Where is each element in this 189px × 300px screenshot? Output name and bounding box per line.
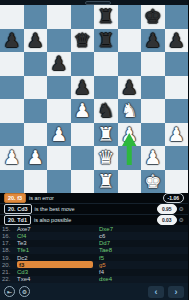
white-pawn[interactable]: ♟	[168, 123, 185, 147]
black-move[interactable]: f4	[97, 269, 179, 275]
white-pawn[interactable]: ♟	[3, 146, 20, 170]
analysis-line-best: 20. Cd3 is the best move 0.95 ⚙	[0, 204, 188, 215]
white-pawn[interactable]: ♟	[121, 123, 138, 147]
black-move[interactable]: Tae8	[97, 247, 179, 253]
black-pawn[interactable]: ♟	[3, 29, 20, 53]
move-number: 15.	[0, 226, 15, 232]
move-row-20: 20.f3g5	[0, 261, 188, 268]
move-row-17: 17.Te3Dd7	[0, 240, 188, 247]
square-c3[interactable]: ♟	[47, 123, 71, 147]
move-row-16: 16.Cf4c6	[0, 232, 188, 239]
square-a5[interactable]	[0, 76, 24, 100]
square-e3[interactable]: ♜	[94, 123, 118, 147]
square-c2[interactable]	[47, 146, 71, 170]
move-row-18: 18.Tfe1Tae8	[0, 247, 188, 254]
black-pawn[interactable]: ♟	[27, 29, 44, 53]
move-list: 15.Axe7Dxe716.Cf4c617.Te3Dd718.Tfe1Tae81…	[0, 225, 188, 283]
square-b6[interactable]	[24, 52, 48, 76]
square-e7[interactable]: ♜	[94, 29, 118, 53]
square-g7[interactable]: ♟	[141, 29, 165, 53]
move-row-15: 15.Axe7Dxe7	[0, 225, 188, 232]
move-number: 22.	[0, 276, 15, 282]
gear-icon: ⚙	[22, 288, 27, 295]
square-a4[interactable]	[0, 99, 24, 123]
square-f8[interactable]	[118, 5, 142, 29]
black-king[interactable]: ♚	[144, 5, 161, 29]
move-row-19: 19.Dc2f5	[0, 254, 188, 261]
skip-to-start-button[interactable]: ⇤	[4, 286, 15, 297]
white-move[interactable]: Cf4	[15, 233, 97, 239]
square-c5[interactable]	[47, 76, 71, 100]
white-move[interactable]: Txe4	[15, 276, 97, 282]
square-h2[interactable]	[165, 146, 189, 170]
white-pawn[interactable]: ♟	[144, 146, 161, 170]
eval-pill-error: -1.06	[163, 193, 184, 203]
square-b3[interactable]	[24, 123, 48, 147]
square-e1[interactable]: ♜	[94, 170, 118, 194]
move-number: 18.	[0, 247, 15, 253]
black-pawn[interactable]: ♟	[144, 29, 161, 53]
black-rook[interactable]: ♜	[97, 29, 114, 53]
next-move-button[interactable]: ›	[168, 286, 184, 298]
played-move-badge[interactable]: 20. f3	[4, 193, 26, 203]
previous-move-button[interactable]: ‹	[148, 286, 164, 298]
white-pawn[interactable]: ♟	[74, 99, 91, 123]
square-a2[interactable]: ♟	[0, 146, 24, 170]
square-h6[interactable]	[165, 52, 189, 76]
square-a7[interactable]: ♟	[0, 29, 24, 53]
move-row-22: 22.Txe4dxe4	[0, 276, 188, 283]
square-d6[interactable]	[71, 52, 95, 76]
chevron-left-icon: ‹	[155, 287, 158, 297]
square-c6[interactable]: ♟	[47, 52, 71, 76]
white-rook[interactable]: ♜	[97, 123, 114, 147]
move-number: 20.	[0, 262, 15, 268]
gear-icon[interactable]: ⚙	[179, 206, 184, 212]
square-a6[interactable]	[0, 52, 24, 76]
black-move[interactable]: g5	[97, 262, 179, 268]
square-d8[interactable]	[71, 5, 95, 29]
white-pawn[interactable]: ♟	[27, 146, 44, 170]
square-c7[interactable]	[47, 29, 71, 53]
black-pawn[interactable]: ♟	[121, 76, 138, 100]
square-a8[interactable]	[0, 5, 24, 29]
analysis-summary: 20. f3 is an error -1.06 20. Cd3 is the …	[0, 193, 188, 225]
white-pawn[interactable]: ♟	[50, 123, 67, 147]
square-g8[interactable]: ♚	[141, 5, 165, 29]
black-pawn[interactable]: ♟	[50, 52, 67, 76]
settings-button[interactable]: ⚙	[19, 286, 30, 297]
eval-pill-best: 0.95	[157, 204, 177, 214]
white-move[interactable]: Tfe1	[15, 247, 97, 253]
square-g5[interactable]	[141, 76, 165, 100]
square-h3[interactable]: ♟	[165, 123, 189, 147]
move-number: 17.	[0, 240, 15, 246]
square-f6[interactable]	[118, 52, 142, 76]
gear-icon[interactable]: ⚙	[179, 217, 184, 223]
white-move[interactable]: Axe7	[15, 226, 97, 232]
move-row-21: 21.Cd3f4	[0, 269, 188, 276]
white-rook[interactable]: ♜	[97, 170, 114, 194]
square-b5[interactable]	[24, 76, 48, 100]
eval-pill-possible: 0.03	[157, 215, 177, 225]
square-h8[interactable]	[165, 5, 189, 29]
black-knight[interactable]: ♞	[97, 99, 114, 123]
square-b2[interactable]: ♟	[24, 146, 48, 170]
square-d5[interactable]: ♟	[71, 76, 95, 100]
square-e8[interactable]: ♜	[94, 5, 118, 29]
square-b7[interactable]: ♟	[24, 29, 48, 53]
square-g6[interactable]	[141, 52, 165, 76]
square-e5[interactable]	[94, 76, 118, 100]
square-c8[interactable]	[47, 5, 71, 29]
square-c4[interactable]	[47, 99, 71, 123]
square-f1[interactable]	[118, 170, 142, 194]
black-pawn[interactable]: ♟	[74, 76, 91, 100]
square-f3[interactable]: ♟	[118, 123, 142, 147]
move-number: 21.	[0, 269, 15, 275]
square-h5[interactable]	[165, 76, 189, 100]
analysis-line-error-text: is an error	[29, 195, 163, 201]
chess-analysis-app: ♜♚♟♟♛♜♟♟♟♟♟♟♞♞♟♜♟♟♟♟♛♟♜♚ 20. f3 is an er…	[0, 0, 188, 300]
analysis-line-error: 20. f3 is an error -1.06	[0, 193, 188, 204]
square-a3[interactable]	[0, 123, 24, 147]
square-b8[interactable]	[24, 5, 48, 29]
square-f4[interactable]: ♞	[118, 99, 142, 123]
chevron-right-icon: ›	[175, 287, 178, 297]
black-move[interactable]: c6	[97, 233, 179, 239]
skip-to-start-icon: ⇤	[7, 288, 12, 295]
square-d4[interactable]: ♟	[71, 99, 95, 123]
white-move[interactable]: Cd3	[15, 269, 97, 275]
square-h1[interactable]	[165, 170, 189, 194]
white-knight[interactable]: ♞	[121, 99, 138, 123]
possible-move-badge[interactable]: 20. Td1	[4, 215, 31, 225]
analysis-line-possible-text: is also possible	[34, 217, 157, 223]
best-move-badge[interactable]: 20. Cd3	[4, 204, 32, 214]
square-b4[interactable]	[24, 99, 48, 123]
board: ♜♚♟♟♛♜♟♟♟♟♟♟♞♞♟♜♟♟♟♟♛♟♜♚	[0, 5, 188, 193]
black-move[interactable]: f5	[97, 255, 179, 261]
black-move[interactable]: dxe4	[97, 276, 179, 282]
current-move-highlight[interactable]: f3	[17, 261, 93, 268]
square-b1[interactable]	[24, 170, 48, 194]
square-a1[interactable]	[0, 170, 24, 194]
status-pill	[85, 1, 111, 5]
black-pawn[interactable]: ♟	[168, 29, 185, 53]
square-g1[interactable]: ♚	[141, 170, 165, 194]
white-move[interactable]: Dc2	[15, 255, 97, 261]
square-d1[interactable]	[71, 170, 95, 194]
square-f2[interactable]	[118, 146, 142, 170]
square-f5[interactable]: ♟	[118, 76, 142, 100]
white-king[interactable]: ♚	[144, 170, 161, 194]
square-h4[interactable]	[165, 99, 189, 123]
square-c1[interactable]	[47, 170, 71, 194]
black-queen[interactable]: ♛	[74, 29, 91, 53]
square-e4[interactable]: ♞	[94, 99, 118, 123]
black-move[interactable]: Dd7	[97, 240, 179, 246]
white-queen[interactable]: ♛	[97, 146, 114, 170]
square-d3[interactable]	[71, 123, 95, 147]
square-h7[interactable]: ♟	[165, 29, 189, 53]
square-e2[interactable]: ♛	[94, 146, 118, 170]
square-g3[interactable]	[141, 123, 165, 147]
square-d7[interactable]: ♛	[71, 29, 95, 53]
square-g2[interactable]: ♟	[141, 146, 165, 170]
white-move[interactable]: Te3	[15, 240, 97, 246]
bottom-toolbar: ⇤ ⚙ ‹ ›	[0, 283, 188, 300]
analysis-line-best-text: is the best move	[35, 206, 157, 212]
square-g4[interactable]	[141, 99, 165, 123]
white-move[interactable]: f3	[15, 261, 97, 268]
square-d2[interactable]	[71, 146, 95, 170]
move-number: 19.	[0, 255, 15, 261]
square-f7[interactable]	[118, 29, 142, 53]
square-e6[interactable]	[94, 52, 118, 76]
black-rook[interactable]: ♜	[97, 5, 114, 29]
black-move[interactable]: Dxe7	[97, 226, 179, 232]
move-number: 16.	[0, 233, 15, 239]
